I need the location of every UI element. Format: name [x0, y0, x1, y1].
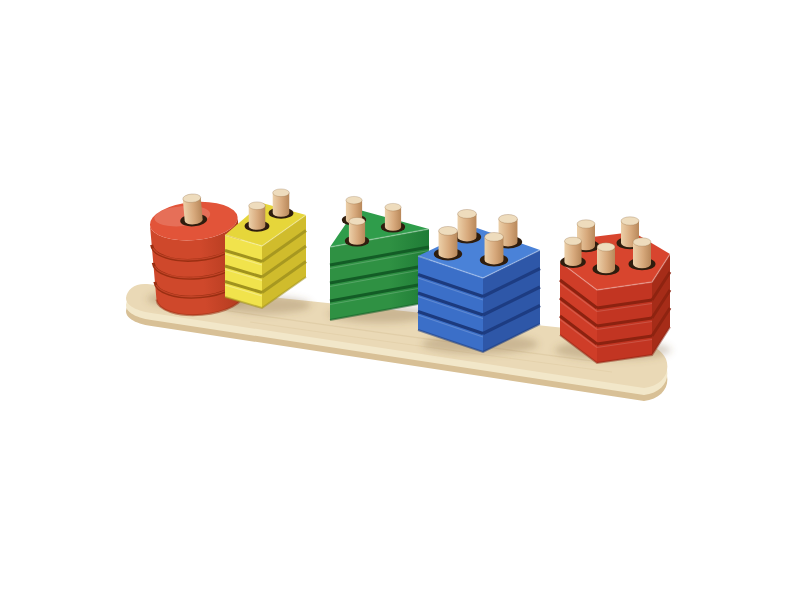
toy-photo-canvas: [0, 0, 800, 600]
product-photo: [0, 0, 800, 600]
